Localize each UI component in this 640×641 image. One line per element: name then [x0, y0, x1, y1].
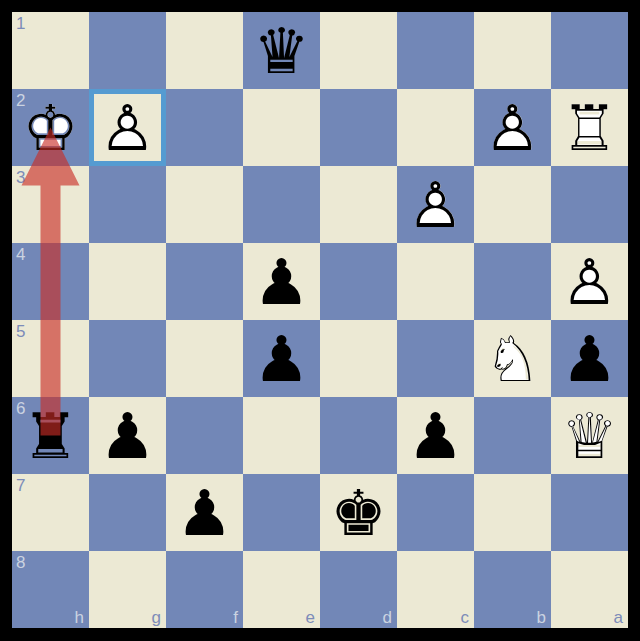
- black-queen[interactable]: ♛: [243, 12, 320, 89]
- white-pawn[interactable]: ♟♙: [474, 89, 551, 166]
- black-queen-glyph: ♛: [243, 13, 320, 90]
- square-g4[interactable]: [89, 243, 166, 320]
- file-label-a: a: [614, 609, 623, 626]
- square-h1[interactable]: 1: [12, 12, 89, 89]
- square-b4[interactable]: [474, 243, 551, 320]
- square-f5[interactable]: [166, 320, 243, 397]
- rank-label-7: 7: [16, 477, 25, 494]
- square-a6[interactable]: ♛♕: [551, 397, 628, 474]
- white-queen[interactable]: ♛♕: [551, 397, 628, 474]
- black-pawn[interactable]: ♟: [166, 474, 243, 551]
- square-g2[interactable]: ♟♙: [89, 89, 166, 166]
- board-background: 1♛2♚♔♟♙♟♙♜♖3♟♙4♟♟♙5♟♞♘♟6♜♟♟♛♕7♟♚8hgfedcb…: [0, 0, 640, 641]
- square-c1[interactable]: [397, 12, 474, 89]
- square-b8[interactable]: b: [474, 551, 551, 628]
- black-pawn-glyph: ♟: [89, 398, 166, 475]
- square-b5[interactable]: ♞♘: [474, 320, 551, 397]
- square-h4[interactable]: 4: [12, 243, 89, 320]
- black-pawn-glyph: ♟: [166, 475, 243, 552]
- square-h7[interactable]: 7: [12, 474, 89, 551]
- square-a2[interactable]: ♜♖: [551, 89, 628, 166]
- white-queen-glyph: ♕: [551, 398, 628, 475]
- square-c6[interactable]: ♟: [397, 397, 474, 474]
- square-g3[interactable]: [89, 166, 166, 243]
- square-e2[interactable]: [243, 89, 320, 166]
- file-label-d: d: [383, 609, 392, 626]
- square-g1[interactable]: [89, 12, 166, 89]
- square-g6[interactable]: ♟: [89, 397, 166, 474]
- white-knight[interactable]: ♞♘: [474, 320, 551, 397]
- rank-label-3: 3: [16, 169, 25, 186]
- square-c7[interactable]: [397, 474, 474, 551]
- square-f8[interactable]: f: [166, 551, 243, 628]
- square-c4[interactable]: [397, 243, 474, 320]
- white-pawn[interactable]: ♟♙: [551, 243, 628, 320]
- square-g7[interactable]: [89, 474, 166, 551]
- square-f7[interactable]: ♟: [166, 474, 243, 551]
- square-f1[interactable]: [166, 12, 243, 89]
- black-king[interactable]: ♚: [320, 474, 397, 551]
- white-knight-glyph: ♘: [474, 321, 551, 398]
- square-c5[interactable]: [397, 320, 474, 397]
- black-pawn-glyph: ♟: [243, 244, 320, 321]
- square-c2[interactable]: [397, 89, 474, 166]
- rank-label-8: 8: [16, 554, 25, 571]
- white-pawn-glyph: ♙: [474, 90, 551, 167]
- black-pawn-glyph: ♟: [397, 398, 474, 475]
- black-pawn-glyph: ♟: [243, 321, 320, 398]
- chess-board: 1♛2♚♔♟♙♟♙♜♖3♟♙4♟♟♙5♟♞♘♟6♜♟♟♛♕7♟♚8hgfedcb…: [12, 12, 628, 628]
- rank-label-4: 4: [16, 246, 25, 263]
- square-a4[interactable]: ♟♙: [551, 243, 628, 320]
- square-e7[interactable]: [243, 474, 320, 551]
- square-b1[interactable]: [474, 12, 551, 89]
- square-b3[interactable]: [474, 166, 551, 243]
- square-d1[interactable]: [320, 12, 397, 89]
- white-rook[interactable]: ♜♖: [551, 89, 628, 166]
- black-rook-glyph: ♜: [12, 398, 89, 475]
- square-b2[interactable]: ♟♙: [474, 89, 551, 166]
- square-h8[interactable]: 8h: [12, 551, 89, 628]
- square-a8[interactable]: a: [551, 551, 628, 628]
- square-f2[interactable]: [166, 89, 243, 166]
- file-label-f: f: [233, 609, 238, 626]
- square-c3[interactable]: ♟♙: [397, 166, 474, 243]
- square-a5[interactable]: ♟: [551, 320, 628, 397]
- square-c8[interactable]: c: [397, 551, 474, 628]
- square-a7[interactable]: [551, 474, 628, 551]
- white-rook-glyph: ♖: [551, 90, 628, 167]
- square-h3[interactable]: 3: [12, 166, 89, 243]
- black-pawn[interactable]: ♟: [243, 320, 320, 397]
- square-e4[interactable]: ♟: [243, 243, 320, 320]
- square-d7[interactable]: ♚: [320, 474, 397, 551]
- square-e5[interactable]: ♟: [243, 320, 320, 397]
- rank-label-5: 5: [16, 323, 25, 340]
- square-d8[interactable]: d: [320, 551, 397, 628]
- white-king-glyph: ♔: [12, 90, 89, 167]
- square-e6[interactable]: [243, 397, 320, 474]
- square-a1[interactable]: [551, 12, 628, 89]
- square-e1[interactable]: ♛: [243, 12, 320, 89]
- square-b7[interactable]: [474, 474, 551, 551]
- square-g8[interactable]: g: [89, 551, 166, 628]
- square-h6[interactable]: 6♜: [12, 397, 89, 474]
- square-e8[interactable]: e: [243, 551, 320, 628]
- file-label-h: h: [75, 609, 84, 626]
- file-label-g: g: [152, 609, 161, 626]
- square-h5[interactable]: 5: [12, 320, 89, 397]
- square-f4[interactable]: [166, 243, 243, 320]
- square-b6[interactable]: [474, 397, 551, 474]
- square-d5[interactable]: [320, 320, 397, 397]
- square-d2[interactable]: [320, 89, 397, 166]
- white-pawn[interactable]: ♟♙: [397, 166, 474, 243]
- square-f6[interactable]: [166, 397, 243, 474]
- square-d6[interactable]: [320, 397, 397, 474]
- file-label-e: e: [306, 609, 315, 626]
- white-pawn[interactable]: ♟♙: [89, 89, 166, 166]
- white-pawn-glyph: ♙: [397, 167, 474, 244]
- rank-label-1: 1: [16, 15, 25, 32]
- black-pawn[interactable]: ♟: [89, 397, 166, 474]
- white-king[interactable]: ♚♔: [12, 89, 89, 166]
- file-label-c: c: [461, 609, 470, 626]
- white-pawn-glyph: ♙: [551, 244, 628, 321]
- black-king-glyph: ♚: [320, 475, 397, 552]
- white-pawn-glyph: ♙: [89, 90, 166, 167]
- square-g5[interactable]: [89, 320, 166, 397]
- square-d4[interactable]: [320, 243, 397, 320]
- square-f3[interactable]: [166, 166, 243, 243]
- square-a3[interactable]: [551, 166, 628, 243]
- file-label-b: b: [537, 609, 546, 626]
- square-d3[interactable]: [320, 166, 397, 243]
- black-pawn-glyph: ♟: [551, 321, 628, 398]
- black-pawn[interactable]: ♟: [243, 243, 320, 320]
- black-pawn[interactable]: ♟: [551, 320, 628, 397]
- black-rook[interactable]: ♜: [12, 397, 89, 474]
- black-pawn[interactable]: ♟: [397, 397, 474, 474]
- square-e3[interactable]: [243, 166, 320, 243]
- square-h2[interactable]: 2♚♔: [12, 89, 89, 166]
